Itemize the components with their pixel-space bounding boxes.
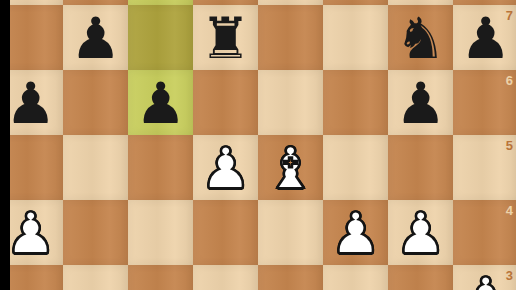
square-f6[interactable]	[323, 70, 388, 135]
square-c4[interactable]	[128, 200, 193, 265]
square-g7[interactable]: ♞	[388, 5, 453, 70]
square-e4[interactable]	[258, 200, 323, 265]
square-f4[interactable]: ♟	[323, 200, 388, 265]
black-pawn[interactable]: ♟	[63, 5, 128, 70]
square-d5[interactable]: ♟	[193, 135, 258, 200]
letterbox-bar-left	[0, 0, 10, 290]
square-e7[interactable]	[258, 5, 323, 70]
white-pawn[interactable]: ♟	[388, 200, 453, 265]
square-e6[interactable]	[258, 70, 323, 135]
rank-label-7: 7	[506, 8, 513, 23]
rank-label-5: 5	[506, 138, 513, 153]
square-c6[interactable]: ♟	[128, 70, 193, 135]
square-h5[interactable]: 5	[453, 135, 516, 200]
square-f3[interactable]	[323, 265, 388, 290]
square-g4[interactable]: ♟	[388, 200, 453, 265]
white-pawn[interactable]: ♟	[323, 200, 388, 265]
square-d4[interactable]	[193, 200, 258, 265]
video-frame: ♟♜♞♟7♟♟♟6♟♝5♟♟♟4♟3	[0, 0, 516, 290]
white-bishop[interactable]: ♝	[258, 135, 323, 200]
square-b7[interactable]: ♟	[63, 5, 128, 70]
square-b5[interactable]	[63, 135, 128, 200]
square-e5[interactable]: ♝	[258, 135, 323, 200]
white-pawn[interactable]: ♟	[193, 135, 258, 200]
black-rook[interactable]: ♜	[193, 5, 258, 70]
square-c3[interactable]	[128, 265, 193, 290]
square-b6[interactable]	[63, 70, 128, 135]
square-g5[interactable]	[388, 135, 453, 200]
black-knight[interactable]: ♞	[388, 5, 453, 70]
square-e3[interactable]	[258, 265, 323, 290]
square-c7[interactable]	[128, 5, 193, 70]
rank-label-6: 6	[506, 73, 513, 88]
square-h7[interactable]: ♟7	[453, 5, 516, 70]
square-f7[interactable]	[323, 5, 388, 70]
rank-label-3: 3	[506, 268, 513, 283]
square-h6[interactable]: 6	[453, 70, 516, 135]
square-c5[interactable]	[128, 135, 193, 200]
black-pawn[interactable]: ♟	[128, 70, 193, 135]
rank-label-4: 4	[506, 203, 513, 218]
square-b4[interactable]	[63, 200, 128, 265]
square-b3[interactable]	[63, 265, 128, 290]
square-g6[interactable]: ♟	[388, 70, 453, 135]
square-d7[interactable]: ♜	[193, 5, 258, 70]
square-f5[interactable]	[323, 135, 388, 200]
square-h3[interactable]: ♟3	[453, 265, 516, 290]
black-pawn[interactable]: ♟	[388, 70, 453, 135]
square-h4[interactable]: 4	[453, 200, 516, 265]
chess-board: ♟♜♞♟7♟♟♟6♟♝5♟♟♟4♟3	[0, 0, 516, 290]
square-d6[interactable]	[193, 70, 258, 135]
square-d3[interactable]	[193, 265, 258, 290]
square-g3[interactable]	[388, 265, 453, 290]
